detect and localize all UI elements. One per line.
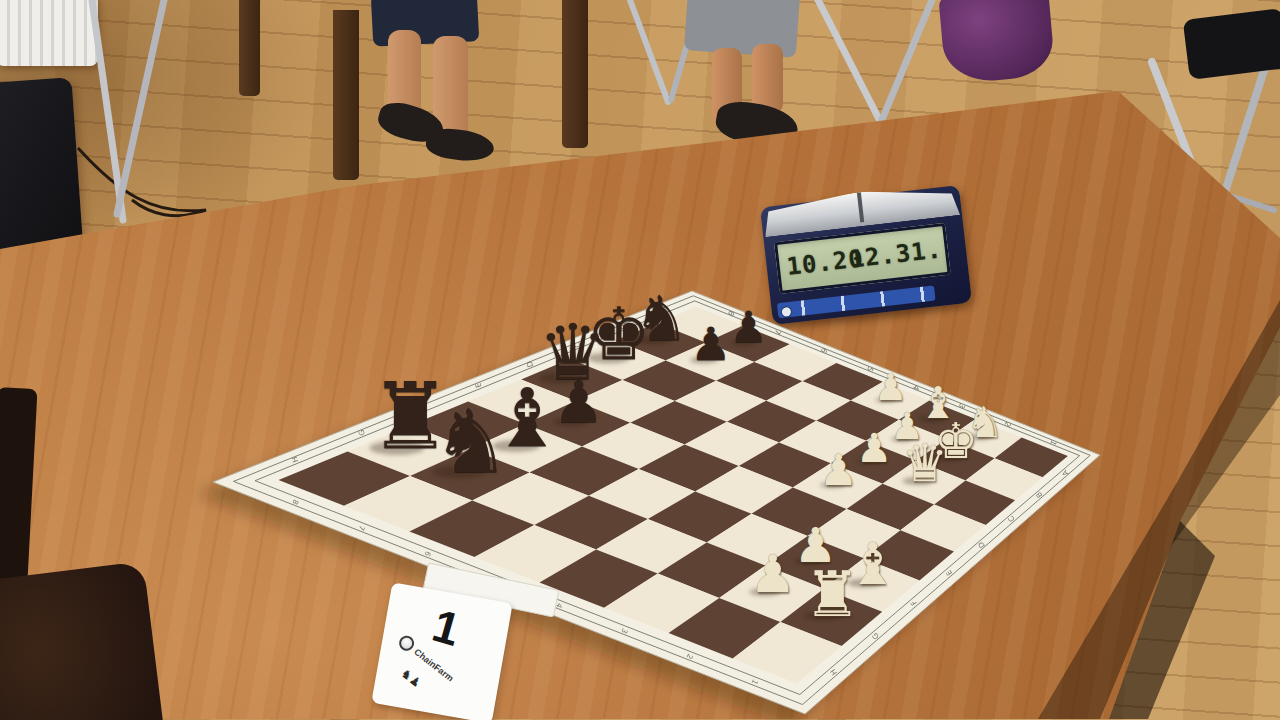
card-pieces-icon: ♞♟ xyxy=(398,666,424,690)
chess-board: AABBCCDDEEFFGGHH8877665544332211 xyxy=(0,0,1280,720)
chair-back-foreground xyxy=(0,561,169,720)
tournament-photo: 10.20 12.31. AABBCCDDEEFFGGHH88776655443… xyxy=(0,0,1280,720)
table-number-card: 1 ChainFarm ♞♟ xyxy=(371,582,512,720)
